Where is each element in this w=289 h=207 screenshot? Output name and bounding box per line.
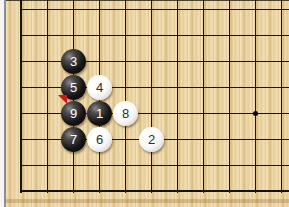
stone-white-2[interactable]: 2: [139, 127, 164, 152]
grid-line-horizontal: [20, 190, 289, 192]
panel-top-border: [6, 0, 289, 1]
grid-line-horizontal: [20, 35, 289, 36]
go-diagram-panel: 123456789: [0, 0, 289, 207]
stone-black-1[interactable]: 1: [87, 101, 112, 126]
grid-line-horizontal: [20, 165, 289, 166]
board-bottom-shading: [6, 199, 289, 203]
stone-white-6[interactable]: 6: [87, 127, 112, 152]
stone-black-9[interactable]: 9: [61, 101, 86, 126]
stone-black-3[interactable]: 3: [61, 49, 86, 74]
star-point: [253, 111, 258, 116]
stone-black-7[interactable]: 7: [61, 127, 86, 152]
stone-white-8[interactable]: 8: [113, 101, 138, 126]
go-board[interactable]: [6, 0, 289, 207]
grid-line-horizontal: [20, 9, 289, 10]
stone-white-4[interactable]: 4: [87, 75, 112, 100]
